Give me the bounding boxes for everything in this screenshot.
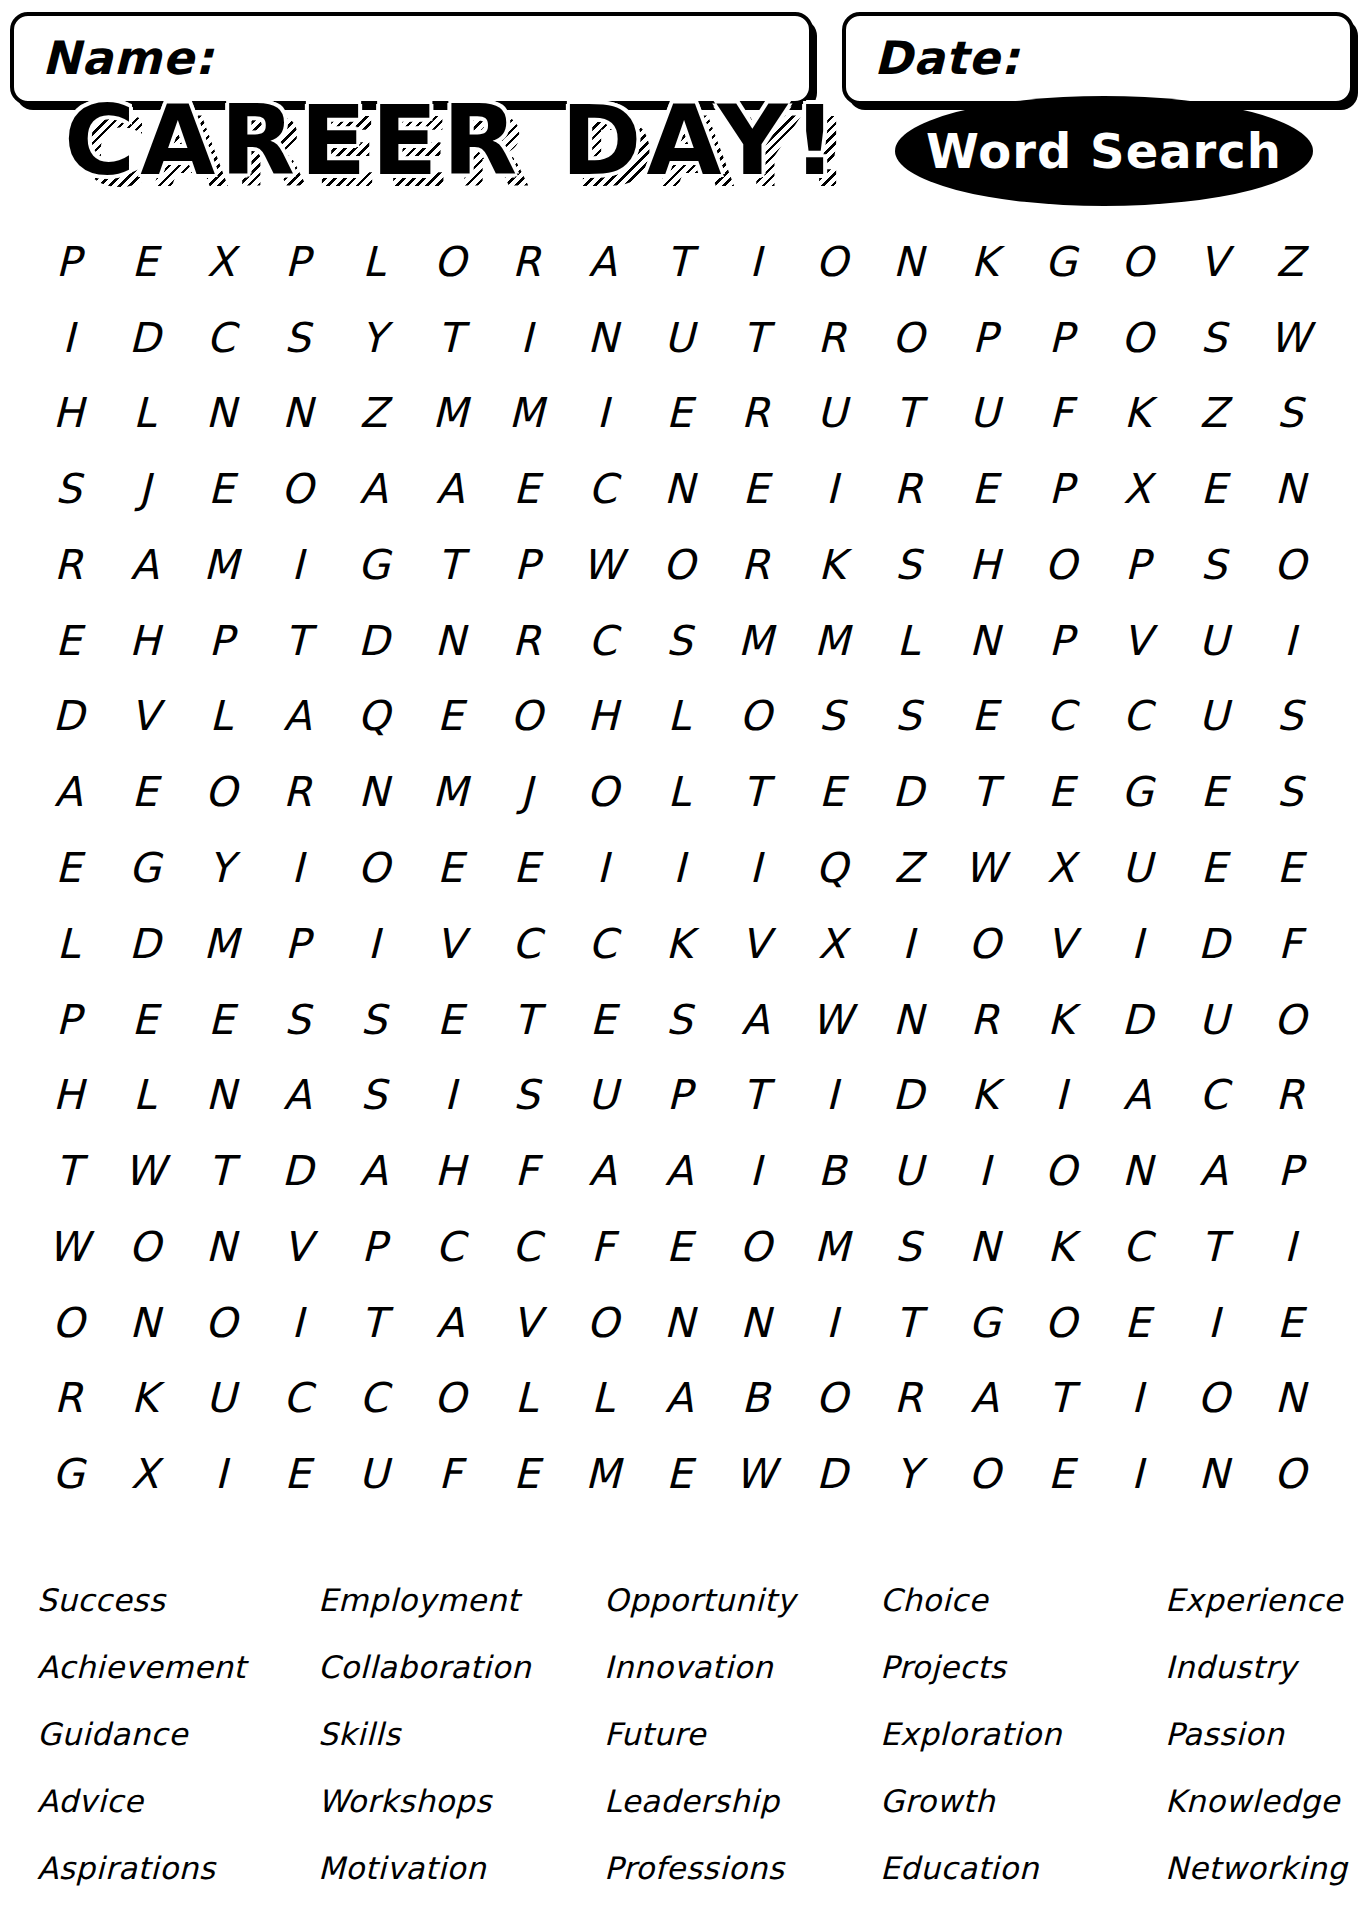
grid-cell[interactable]: O: [335, 830, 411, 906]
grid-cell[interactable]: X: [794, 906, 870, 982]
grid-cell[interactable]: C: [564, 603, 640, 679]
grid-cell[interactable]: I: [870, 906, 946, 982]
grid-cell[interactable]: E: [30, 603, 106, 679]
grid-cell[interactable]: P: [1023, 300, 1099, 376]
grid-cell[interactable]: O: [641, 527, 717, 603]
grid-cell[interactable]: S: [1252, 376, 1328, 452]
grid-cell[interactable]: F: [1252, 906, 1328, 982]
grid-cell[interactable]: C: [1099, 1209, 1175, 1285]
grid-cell[interactable]: T: [412, 527, 488, 603]
grid-cell[interactable]: P: [1023, 451, 1099, 527]
grid-cell[interactable]: W: [106, 1133, 182, 1209]
grid-cell[interactable]: C: [488, 906, 564, 982]
grid-cell[interactable]: I: [259, 830, 335, 906]
grid-cell[interactable]: I: [1099, 906, 1175, 982]
grid-cell[interactable]: R: [1252, 1057, 1328, 1133]
grid-cell[interactable]: P: [1252, 1133, 1328, 1209]
grid-cell[interactable]: J: [488, 754, 564, 830]
grid-cell[interactable]: C: [564, 451, 640, 527]
grid-cell[interactable]: P: [641, 1057, 717, 1133]
word-list: SuccessAchievementGuidanceAdviceAspirati…: [0, 1566, 1358, 1911]
grid-cell[interactable]: D: [335, 603, 411, 679]
grid-cell[interactable]: X: [1023, 830, 1099, 906]
grid-cell[interactable]: N: [641, 1285, 717, 1361]
grid-cell[interactable]: E: [183, 982, 259, 1058]
grid-cell[interactable]: S: [794, 679, 870, 755]
grid-cell[interactable]: O: [183, 754, 259, 830]
grid-cell[interactable]: K: [1023, 1209, 1099, 1285]
word-list-item: Industry: [1165, 1633, 1358, 1700]
grid-cell[interactable]: N: [870, 982, 946, 1058]
grid-cell[interactable]: U: [1175, 982, 1251, 1058]
grid-cell[interactable]: E: [259, 1436, 335, 1512]
grid-cell[interactable]: O: [183, 1285, 259, 1361]
grid-cell[interactable]: O: [794, 224, 870, 300]
grid-cell[interactable]: T: [183, 1133, 259, 1209]
grid-cell[interactable]: C: [259, 1360, 335, 1436]
grid-cell[interactable]: I: [641, 830, 717, 906]
grid-cell[interactable]: O: [1099, 300, 1175, 376]
grid-cell[interactable]: A: [1099, 1057, 1175, 1133]
grid-cell[interactable]: V: [1175, 224, 1251, 300]
grid-cell[interactable]: P: [335, 1209, 411, 1285]
grid-cell[interactable]: T: [1175, 1209, 1251, 1285]
grid-cell[interactable]: A: [946, 1360, 1022, 1436]
grid-cell[interactable]: C: [335, 1360, 411, 1436]
grid-cell[interactable]: I: [717, 1133, 793, 1209]
grid-cell[interactable]: L: [106, 376, 182, 452]
grid-cell[interactable]: G: [1023, 224, 1099, 300]
grid-cell[interactable]: E: [30, 830, 106, 906]
grid-cell[interactable]: O: [946, 906, 1022, 982]
grid-cell[interactable]: J: [106, 451, 182, 527]
grid-cell[interactable]: A: [106, 527, 182, 603]
grid-cell[interactable]: I: [794, 451, 870, 527]
word-list-item: Exploration: [880, 1700, 1155, 1767]
grid-cell[interactable]: N: [946, 603, 1022, 679]
grid-cell[interactable]: I: [183, 1436, 259, 1512]
grid-cell[interactable]: V: [106, 679, 182, 755]
grid-cell[interactable]: O: [717, 679, 793, 755]
grid-cell[interactable]: Y: [335, 300, 411, 376]
grid-cell[interactable]: O: [106, 1209, 182, 1285]
grid-cell[interactable]: A: [412, 451, 488, 527]
grid-cell[interactable]: I: [717, 830, 793, 906]
grid-cell[interactable]: N: [106, 1285, 182, 1361]
grid-cell[interactable]: A: [259, 1057, 335, 1133]
date-input-area[interactable]: Date:: [842, 12, 1354, 105]
grid-cell[interactable]: I: [564, 830, 640, 906]
grid-cell[interactable]: E: [1099, 1285, 1175, 1361]
word-list-item: Advice: [37, 1767, 312, 1834]
grid-cell[interactable]: T: [870, 1285, 946, 1361]
grid-cell[interactable]: L: [641, 679, 717, 755]
grid-cell[interactable]: T: [717, 1057, 793, 1133]
grid-cell[interactable]: O: [946, 1436, 1022, 1512]
grid-cell[interactable]: E: [412, 679, 488, 755]
grid-cell[interactable]: T: [488, 982, 564, 1058]
grid-cell[interactable]: S: [488, 1057, 564, 1133]
grid-cell[interactable]: I: [794, 1285, 870, 1361]
grid-cell[interactable]: E: [488, 830, 564, 906]
grid-cell[interactable]: O: [1023, 527, 1099, 603]
grid-cell[interactable]: N: [946, 1209, 1022, 1285]
grid-cell[interactable]: G: [30, 1436, 106, 1512]
grid-cell[interactable]: U: [564, 1057, 640, 1133]
grid-cell[interactable]: S: [1252, 754, 1328, 830]
grid-cell[interactable]: T: [259, 603, 335, 679]
grid-cell[interactable]: A: [412, 1285, 488, 1361]
grid-cell[interactable]: I: [259, 1285, 335, 1361]
grid-cell[interactable]: D: [106, 906, 182, 982]
grid-cell[interactable]: V: [1099, 603, 1175, 679]
word-list-item: Success: [37, 1566, 312, 1633]
grid-cell[interactable]: O: [259, 451, 335, 527]
grid-cell[interactable]: Q: [335, 679, 411, 755]
grid-cell[interactable]: L: [641, 754, 717, 830]
grid-cell[interactable]: I: [335, 906, 411, 982]
grid-cell[interactable]: Y: [183, 830, 259, 906]
grid-cell[interactable]: O: [488, 679, 564, 755]
grid-cell[interactable]: D: [1175, 906, 1251, 982]
grid-cell[interactable]: V: [488, 1285, 564, 1361]
grid-cell[interactable]: C: [1175, 1057, 1251, 1133]
grid-cell[interactable]: M: [794, 1209, 870, 1285]
grid-cell[interactable]: A: [335, 451, 411, 527]
grid-cell[interactable]: K: [946, 1057, 1022, 1133]
grid-cell[interactable]: S: [870, 679, 946, 755]
grid-cell[interactable]: E: [1023, 754, 1099, 830]
grid-cell[interactable]: W: [30, 1209, 106, 1285]
grid-cell[interactable]: U: [641, 300, 717, 376]
grid-cell[interactable]: W: [717, 1436, 793, 1512]
grid-cell[interactable]: I: [488, 300, 564, 376]
grid-cell[interactable]: V: [1023, 906, 1099, 982]
grid-cell[interactable]: L: [564, 1360, 640, 1436]
grid-cell[interactable]: O: [870, 300, 946, 376]
word-list-column: EmploymentCollaborationSkillsWorkshopsMo…: [318, 1566, 593, 1901]
grid-cell[interactable]: F: [488, 1133, 564, 1209]
grid-cell[interactable]: I: [717, 224, 793, 300]
grid-cell[interactable]: S: [870, 527, 946, 603]
grid-cell[interactable]: O: [1252, 527, 1328, 603]
grid-cell[interactable]: T: [641, 224, 717, 300]
grid-cell[interactable]: T: [412, 300, 488, 376]
grid-cell[interactable]: U: [335, 1436, 411, 1512]
grid-cell[interactable]: E: [106, 982, 182, 1058]
grid-cell[interactable]: E: [641, 1436, 717, 1512]
grid-cell[interactable]: O: [717, 1209, 793, 1285]
grid-cell[interactable]: D: [870, 1057, 946, 1133]
grid-cell[interactable]: L: [870, 603, 946, 679]
grid-cell[interactable]: K: [946, 224, 1022, 300]
grid-cell[interactable]: S: [259, 300, 335, 376]
grid-cell[interactable]: S: [1175, 300, 1251, 376]
grid-cell[interactable]: E: [488, 1436, 564, 1512]
grid-cell[interactable]: E: [412, 830, 488, 906]
grid-cell[interactable]: W: [1252, 300, 1328, 376]
grid-cell[interactable]: R: [717, 527, 793, 603]
grid-cell[interactable]: N: [183, 376, 259, 452]
grid-cell[interactable]: I: [1023, 1057, 1099, 1133]
grid-cell[interactable]: E: [717, 451, 793, 527]
grid-cell[interactable]: A: [641, 1133, 717, 1209]
grid-cell[interactable]: D: [870, 754, 946, 830]
grid-cell[interactable]: C: [488, 1209, 564, 1285]
grid-cell[interactable]: Z: [1252, 224, 1328, 300]
grid-cell[interactable]: E: [1175, 451, 1251, 527]
grid-cell[interactable]: K: [106, 1360, 182, 1436]
grid-cell[interactable]: A: [30, 754, 106, 830]
grid-cell[interactable]: T: [335, 1285, 411, 1361]
grid-cell[interactable]: S: [259, 982, 335, 1058]
grid-cell[interactable]: N: [335, 754, 411, 830]
grid-cell[interactable]: N: [1252, 451, 1328, 527]
grid-cell[interactable]: R: [259, 754, 335, 830]
grid-cell[interactable]: M: [183, 906, 259, 982]
grid-cell[interactable]: R: [488, 224, 564, 300]
grid-cell[interactable]: H: [30, 1057, 106, 1133]
grid-cell[interactable]: V: [412, 906, 488, 982]
grid-cell[interactable]: A: [717, 982, 793, 1058]
grid-cell[interactable]: R: [717, 376, 793, 452]
grid-cell[interactable]: E: [106, 224, 182, 300]
grid-cell[interactable]: A: [259, 679, 335, 755]
grid-cell[interactable]: N: [1175, 1436, 1251, 1512]
grid-cell[interactable]: M: [183, 527, 259, 603]
grid-cell[interactable]: M: [488, 376, 564, 452]
grid-cell[interactable]: I: [1099, 1360, 1175, 1436]
grid-cell[interactable]: Q: [794, 830, 870, 906]
grid-cell[interactable]: Z: [335, 376, 411, 452]
grid-cell[interactable]: U: [1175, 603, 1251, 679]
grid-cell[interactable]: K: [1099, 376, 1175, 452]
grid-cell[interactable]: R: [30, 1360, 106, 1436]
grid-cell[interactable]: O: [1023, 1133, 1099, 1209]
grid-cell[interactable]: C: [183, 300, 259, 376]
grid-cell[interactable]: T: [717, 300, 793, 376]
grid-cell[interactable]: P: [30, 982, 106, 1058]
grid-cell[interactable]: K: [1023, 982, 1099, 1058]
grid-cell[interactable]: E: [1175, 754, 1251, 830]
grid-cell[interactable]: W: [564, 527, 640, 603]
grid-cell[interactable]: X: [106, 1436, 182, 1512]
grid-cell[interactable]: O: [564, 1285, 640, 1361]
grid-cell[interactable]: E: [1175, 830, 1251, 906]
grid-cell[interactable]: N: [183, 1057, 259, 1133]
grid-cell[interactable]: G: [1099, 754, 1175, 830]
grid-cell[interactable]: E: [412, 982, 488, 1058]
grid-cell[interactable]: H: [564, 679, 640, 755]
grid-cell[interactable]: M: [412, 376, 488, 452]
grid-cell[interactable]: L: [335, 224, 411, 300]
grid-cell[interactable]: I: [564, 376, 640, 452]
grid-cell[interactable]: K: [641, 906, 717, 982]
grid-cell[interactable]: N: [641, 451, 717, 527]
grid-cell[interactable]: W: [946, 830, 1022, 906]
grid-cell[interactable]: I: [794, 1057, 870, 1133]
grid-cell[interactable]: S: [870, 1209, 946, 1285]
grid-cell[interactable]: C: [412, 1209, 488, 1285]
grid-cell[interactable]: N: [183, 1209, 259, 1285]
grid-cell[interactable]: U: [183, 1360, 259, 1436]
grid-cell[interactable]: O: [564, 754, 640, 830]
grid-cell[interactable]: O: [1175, 1360, 1251, 1436]
grid-cell[interactable]: O: [412, 224, 488, 300]
grid-cell[interactable]: N: [259, 376, 335, 452]
grid-cell[interactable]: H: [412, 1133, 488, 1209]
grid-cell[interactable]: F: [1023, 376, 1099, 452]
grid-cell[interactable]: G: [946, 1285, 1022, 1361]
grid-cell[interactable]: A: [1175, 1133, 1251, 1209]
grid-cell[interactable]: W: [794, 982, 870, 1058]
grid-cell[interactable]: E: [1023, 1436, 1099, 1512]
grid-cell[interactable]: O: [794, 1360, 870, 1436]
grid-cell[interactable]: L: [106, 1057, 182, 1133]
grid-cell[interactable]: U: [870, 1133, 946, 1209]
grid-cell[interactable]: O: [1252, 1436, 1328, 1512]
grid-cell[interactable]: S: [335, 982, 411, 1058]
date-label: Date:: [874, 30, 1020, 84]
grid-cell[interactable]: I: [30, 300, 106, 376]
grid-cell[interactable]: S: [335, 1057, 411, 1133]
grid-cell[interactable]: D: [30, 679, 106, 755]
grid-cell[interactable]: F: [564, 1209, 640, 1285]
grid-cell[interactable]: E: [641, 376, 717, 452]
grid-cell[interactable]: G: [106, 830, 182, 906]
grid-cell[interactable]: E: [794, 754, 870, 830]
grid-cell[interactable]: T: [717, 754, 793, 830]
grid-cell[interactable]: I: [1252, 603, 1328, 679]
grid-cell[interactable]: E: [564, 982, 640, 1058]
grid-cell[interactable]: N: [870, 224, 946, 300]
grid-cell[interactable]: U: [1175, 679, 1251, 755]
grid-cell[interactable]: T: [946, 754, 1022, 830]
grid-cell[interactable]: P: [259, 906, 335, 982]
grid-cell[interactable]: Z: [1175, 376, 1251, 452]
grid-cell[interactable]: N: [1252, 1360, 1328, 1436]
grid-cell[interactable]: I: [946, 1133, 1022, 1209]
grid-cell[interactable]: T: [870, 376, 946, 452]
grid-cell[interactable]: P: [488, 527, 564, 603]
grid-cell[interactable]: D: [794, 1436, 870, 1512]
grid-cell[interactable]: U: [1099, 830, 1175, 906]
grid-cell[interactable]: F: [412, 1436, 488, 1512]
grid-cell[interactable]: S: [30, 451, 106, 527]
grid-cell[interactable]: M: [564, 1436, 640, 1512]
grid-cell[interactable]: M: [794, 603, 870, 679]
grid-cell[interactable]: Y: [870, 1436, 946, 1512]
grid-cell[interactable]: I: [1175, 1285, 1251, 1361]
grid-cell[interactable]: T: [1023, 1360, 1099, 1436]
grid-cell[interactable]: O: [1252, 982, 1328, 1058]
grid-cell[interactable]: K: [794, 527, 870, 603]
grid-cell[interactable]: C: [564, 906, 640, 982]
grid-cell[interactable]: R: [946, 982, 1022, 1058]
grid-cell[interactable]: X: [1099, 451, 1175, 527]
grid-cell[interactable]: I: [259, 527, 335, 603]
grid-cell[interactable]: I: [412, 1057, 488, 1133]
grid-cell[interactable]: A: [641, 1360, 717, 1436]
grid-cell[interactable]: D: [1099, 982, 1175, 1058]
grid-cell[interactable]: B: [717, 1360, 793, 1436]
grid-cell[interactable]: C: [1023, 679, 1099, 755]
grid-cell[interactable]: R: [794, 300, 870, 376]
grid-cell[interactable]: N: [412, 603, 488, 679]
grid-cell[interactable]: M: [717, 603, 793, 679]
grid-cell[interactable]: E: [946, 679, 1022, 755]
grid-cell[interactable]: L: [488, 1360, 564, 1436]
grid-cell[interactable]: R: [870, 451, 946, 527]
grid-cell[interactable]: H: [106, 603, 182, 679]
grid-cell[interactable]: R: [488, 603, 564, 679]
grid-cell[interactable]: E: [1252, 830, 1328, 906]
grid-cell[interactable]: H: [30, 376, 106, 452]
grid-cell[interactable]: P: [30, 224, 106, 300]
grid-cell[interactable]: B: [794, 1133, 870, 1209]
grid-cell[interactable]: O: [1023, 1285, 1099, 1361]
grid-cell[interactable]: L: [183, 679, 259, 755]
grid-cell[interactable]: O: [412, 1360, 488, 1436]
grid-cell[interactable]: Z: [870, 830, 946, 906]
grid-cell[interactable]: E: [183, 451, 259, 527]
grid-cell[interactable]: E: [106, 754, 182, 830]
grid-cell[interactable]: P: [1023, 603, 1099, 679]
grid-cell[interactable]: S: [641, 982, 717, 1058]
grid-cell[interactable]: H: [946, 527, 1022, 603]
grid-cell[interactable]: C: [1099, 679, 1175, 755]
grid-cell[interactable]: O: [1099, 224, 1175, 300]
grid-cell[interactable]: U: [794, 376, 870, 452]
grid-cell[interactable]: P: [183, 603, 259, 679]
grid-cell[interactable]: P: [1099, 527, 1175, 603]
grid-cell[interactable]: A: [564, 224, 640, 300]
grid-cell[interactable]: D: [259, 1133, 335, 1209]
word-list-column: OpportunityInnovationFutureLeadershipPro…: [604, 1566, 879, 1901]
grid-cell[interactable]: P: [259, 224, 335, 300]
grid-cell[interactable]: V: [717, 906, 793, 982]
grid-cell[interactable]: S: [641, 603, 717, 679]
grid-cell[interactable]: N: [1099, 1133, 1175, 1209]
grid-cell[interactable]: V: [259, 1209, 335, 1285]
grid-cell[interactable]: R: [870, 1360, 946, 1436]
grid-cell[interactable]: I: [1252, 1209, 1328, 1285]
grid-cell[interactable]: R: [30, 527, 106, 603]
word-list-item: Aspirations: [37, 1834, 312, 1901]
grid-cell[interactable]: E: [641, 1209, 717, 1285]
grid-cell[interactable]: T: [30, 1133, 106, 1209]
grid-cell[interactable]: D: [106, 300, 182, 376]
grid-cell[interactable]: M: [412, 754, 488, 830]
grid-cell[interactable]: N: [717, 1285, 793, 1361]
grid-cell[interactable]: I: [1099, 1436, 1175, 1512]
word-list-item: Professions: [604, 1834, 879, 1901]
grid-cell[interactable]: G: [335, 527, 411, 603]
grid-cell[interactable]: U: [946, 376, 1022, 452]
grid-cell[interactable]: X: [183, 224, 259, 300]
grid-cell[interactable]: A: [335, 1133, 411, 1209]
grid-cell[interactable]: P: [946, 300, 1022, 376]
grid-cell[interactable]: E: [1252, 1285, 1328, 1361]
grid-cell[interactable]: N: [564, 300, 640, 376]
grid-cell[interactable]: O: [30, 1285, 106, 1361]
grid-cell[interactable]: S: [1175, 527, 1251, 603]
grid-cell[interactable]: E: [488, 451, 564, 527]
grid-cell[interactable]: E: [946, 451, 1022, 527]
grid-cell[interactable]: S: [1252, 679, 1328, 755]
grid-cell[interactable]: L: [30, 906, 106, 982]
grid-cell[interactable]: A: [564, 1133, 640, 1209]
